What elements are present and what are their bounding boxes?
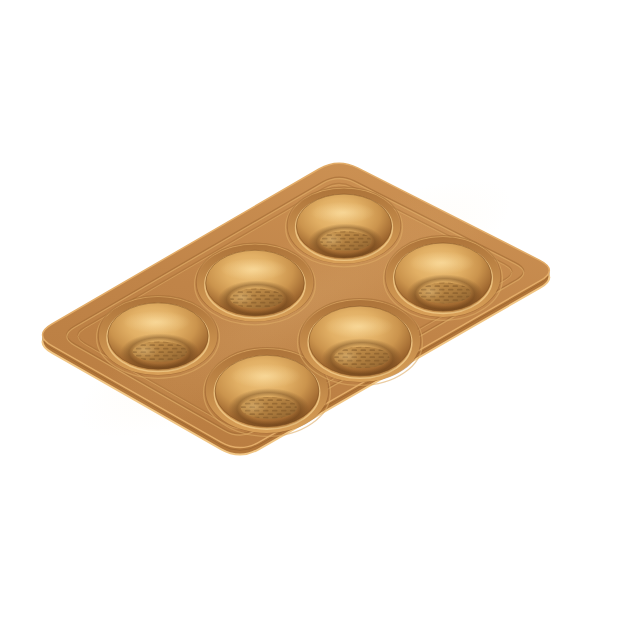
cup-back-right — [286, 187, 403, 267]
cup-floor-highlight — [131, 342, 158, 358]
cup-floor-highlight — [239, 398, 267, 415]
cup-interior-highlight — [311, 202, 376, 224]
product-photo-stage: Empty six-cup copper-finish nonstick muf… — [0, 0, 626, 626]
cup-interior-highlight — [324, 315, 393, 339]
cup-interior-highlight — [231, 364, 302, 388]
cup-back-center — [195, 243, 316, 325]
cup-floor-highlight — [319, 232, 345, 248]
cup-floor-highlight — [229, 289, 256, 305]
cup-floor-highlight — [417, 284, 443, 301]
cup-back-left — [97, 296, 220, 379]
cup-front-center — [298, 299, 423, 386]
cup-interior-highlight — [220, 258, 287, 280]
cup-interior-highlight — [409, 251, 475, 274]
muffin-pan-image — [0, 0, 626, 626]
cup-floor-highlight — [333, 348, 361, 365]
cup-front-right — [384, 236, 503, 321]
cup-interior-highlight — [123, 311, 191, 334]
